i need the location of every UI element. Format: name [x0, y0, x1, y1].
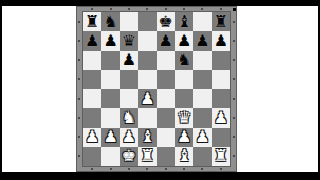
square-h3: ♟ [212, 108, 230, 127]
black-rook: ♜ [214, 13, 228, 29]
white-queen: ♛ [177, 109, 191, 125]
square-e4 [157, 89, 175, 108]
rank-tick-left-7 [78, 40, 80, 42]
letterbox-bottom-bar [0, 172, 320, 180]
rank-tick-left-8 [78, 21, 80, 23]
file-tick-top-c [128, 8, 130, 10]
rank-tick-left-4 [78, 98, 80, 100]
white-rook: ♜ [140, 148, 154, 164]
file-tick-top-f [183, 8, 185, 10]
square-f6: ♞ [175, 51, 193, 70]
square-h5 [212, 70, 230, 89]
square-a4 [83, 89, 101, 108]
square-f4 [175, 89, 193, 108]
square-c8 [120, 12, 138, 31]
chess-board-frame: ♜♞♚♝♜♟♟♛♟♟♟♟♟♞♟♞♛♟♟♟♟♝♟♟♚♜♝♜ [76, 6, 237, 172]
square-e7: ♟ [157, 31, 175, 50]
square-d6 [138, 51, 156, 70]
file-tick-bottom-b [110, 168, 112, 170]
file-tick-top-b [110, 8, 112, 10]
square-b3 [101, 108, 119, 127]
rank-tick-right-5 [233, 78, 235, 80]
white-bishop: ♝ [140, 129, 154, 145]
square-f3: ♛ [175, 108, 193, 127]
rank-tick-right-3 [233, 117, 235, 119]
square-c5 [120, 70, 138, 89]
black-pawn: ♟ [195, 32, 209, 48]
square-g2: ♟ [193, 128, 211, 147]
square-g6 [193, 51, 211, 70]
rank-tick-right-8 [233, 21, 235, 23]
file-tick-top-d [146, 8, 148, 10]
square-f8: ♝ [175, 12, 193, 31]
rank-tick-right-1 [233, 155, 235, 157]
square-c2: ♟ [120, 128, 138, 147]
file-tick-top-e [165, 8, 167, 10]
square-c3: ♞ [120, 108, 138, 127]
black-pawn: ♟ [122, 52, 136, 68]
square-h2 [212, 128, 230, 147]
square-h1: ♜ [212, 147, 230, 166]
square-d3 [138, 108, 156, 127]
file-tick-bottom-f [183, 168, 185, 170]
white-knight: ♞ [122, 109, 136, 125]
white-pawn: ♟ [85, 129, 99, 145]
square-b2: ♟ [101, 128, 119, 147]
square-b8: ♞ [101, 12, 119, 31]
white-king: ♚ [122, 148, 136, 164]
square-e8: ♚ [157, 12, 175, 31]
black-pawn: ♟ [103, 32, 117, 48]
square-d7 [138, 31, 156, 50]
rank-tick-right-2 [233, 136, 235, 138]
square-f1: ♝ [175, 147, 193, 166]
white-pawn: ♟ [140, 90, 154, 106]
square-a2: ♟ [83, 128, 101, 147]
black-king: ♚ [159, 13, 173, 29]
rank-tick-left-5 [78, 78, 80, 80]
rank-tick-left-3 [78, 117, 80, 119]
square-a1 [83, 147, 101, 166]
square-e6 [157, 51, 175, 70]
square-f5 [175, 70, 193, 89]
file-tick-top-g [201, 8, 203, 10]
square-a6 [83, 51, 101, 70]
black-bishop: ♝ [177, 13, 191, 29]
white-bishop: ♝ [177, 148, 191, 164]
white-rook: ♜ [214, 148, 228, 164]
square-g8 [193, 12, 211, 31]
file-tick-bottom-g [201, 168, 203, 170]
square-d2: ♝ [138, 128, 156, 147]
black-queen: ♛ [122, 32, 136, 48]
rank-tick-right-4 [233, 98, 235, 100]
file-tick-top-h [220, 8, 222, 10]
square-d4: ♟ [138, 89, 156, 108]
black-pawn: ♟ [85, 32, 99, 48]
square-b7: ♟ [101, 31, 119, 50]
square-c6: ♟ [120, 51, 138, 70]
square-a7: ♟ [83, 31, 101, 50]
square-a8: ♜ [83, 12, 101, 31]
square-f2: ♟ [175, 128, 193, 147]
black-pawn: ♟ [177, 32, 191, 48]
square-f7: ♟ [175, 31, 193, 50]
square-e3 [157, 108, 175, 127]
black-pawn: ♟ [159, 32, 173, 48]
black-rook: ♜ [85, 13, 99, 29]
square-g4 [193, 89, 211, 108]
square-g7: ♟ [193, 31, 211, 50]
square-h4 [212, 89, 230, 108]
square-h6 [212, 51, 230, 70]
white-pawn: ♟ [195, 129, 209, 145]
square-d1: ♜ [138, 147, 156, 166]
rank-tick-left-6 [78, 59, 80, 61]
square-d5 [138, 70, 156, 89]
square-b6 [101, 51, 119, 70]
rank-tick-right-6 [233, 59, 235, 61]
square-d8 [138, 12, 156, 31]
file-tick-bottom-d [146, 168, 148, 170]
square-c4 [120, 89, 138, 108]
video-frame: ♜♞♚♝♜♟♟♛♟♟♟♟♟♞♟♞♛♟♟♟♟♝♟♟♚♜♝♜ [0, 0, 320, 180]
square-e2 [157, 128, 175, 147]
square-b5 [101, 70, 119, 89]
square-e1 [157, 147, 175, 166]
square-b4 [101, 89, 119, 108]
black-knight: ♞ [177, 52, 191, 68]
square-c1: ♚ [120, 147, 138, 166]
square-b1 [101, 147, 119, 166]
black-pawn: ♟ [214, 32, 228, 48]
square-h7: ♟ [212, 31, 230, 50]
file-tick-bottom-e [165, 168, 167, 170]
white-pawn: ♟ [103, 129, 117, 145]
square-g1 [193, 147, 211, 166]
square-a5 [83, 70, 101, 89]
square-g3 [193, 108, 211, 127]
black-knight: ♞ [103, 13, 117, 29]
white-pawn: ♟ [214, 109, 228, 125]
square-g5 [193, 70, 211, 89]
rank-tick-right-7 [233, 40, 235, 42]
black-to-move-indicator [233, 8, 236, 11]
square-h8: ♜ [212, 12, 230, 31]
square-c7: ♛ [120, 31, 138, 50]
white-pawn: ♟ [177, 129, 191, 145]
file-tick-bottom-h [220, 168, 222, 170]
rank-tick-left-1 [78, 155, 80, 157]
file-tick-top-a [91, 8, 93, 10]
square-a3 [83, 108, 101, 127]
file-tick-bottom-a [91, 168, 93, 170]
square-e5 [157, 70, 175, 89]
white-pawn: ♟ [122, 129, 136, 145]
rank-tick-left-2 [78, 136, 80, 138]
file-tick-bottom-c [128, 168, 130, 170]
chess-board: ♜♞♚♝♜♟♟♛♟♟♟♟♟♞♟♞♛♟♟♟♟♝♟♟♚♜♝♜ [82, 11, 231, 167]
